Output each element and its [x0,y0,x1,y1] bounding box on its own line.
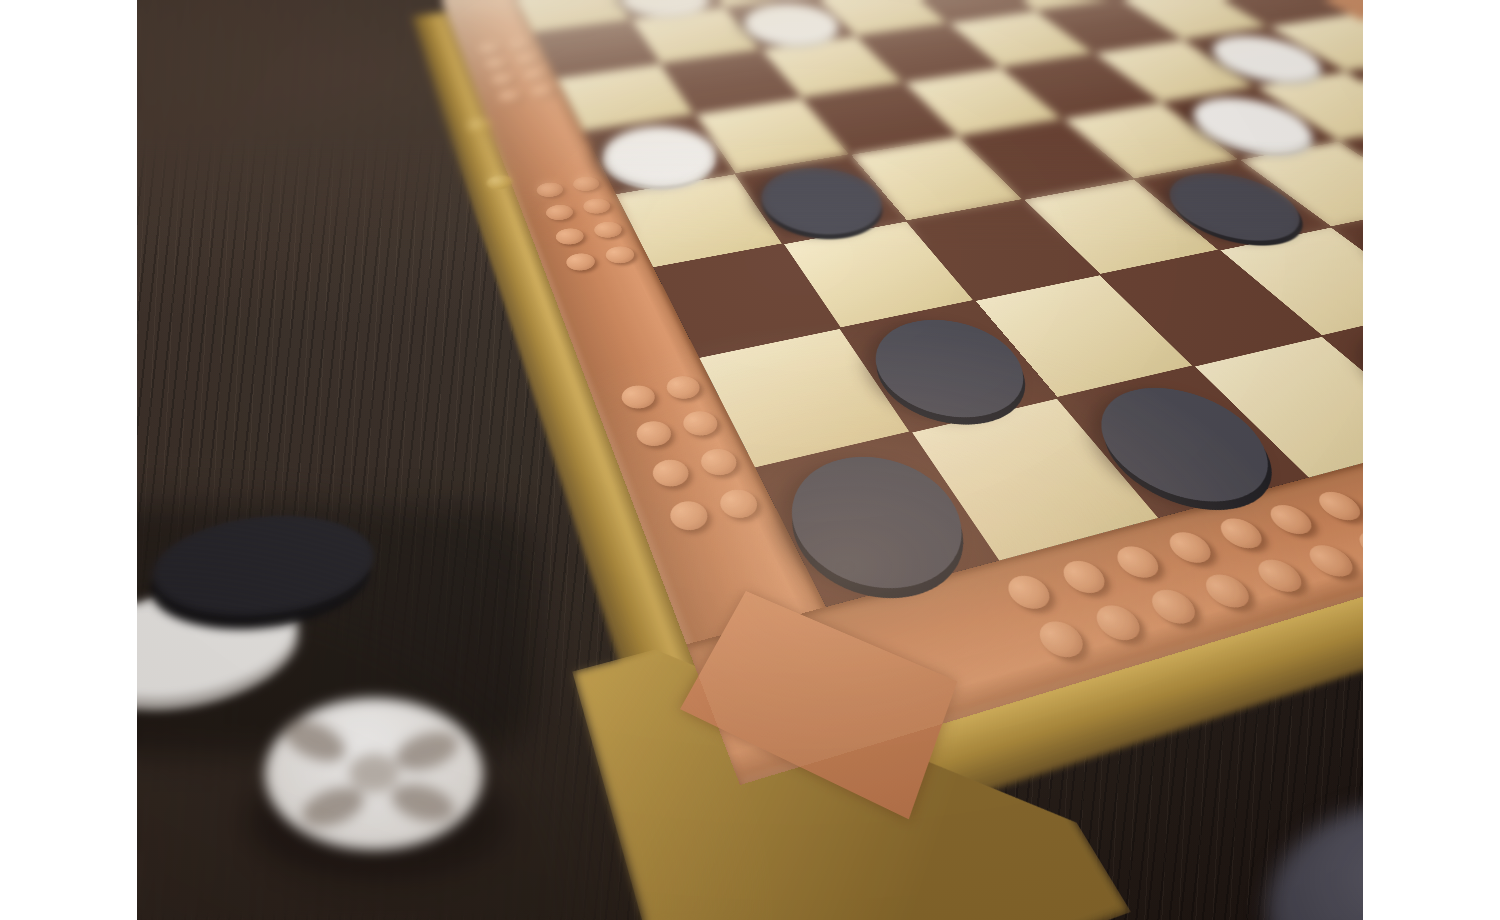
blurred-black-checker-bottom-right [1267,800,1363,920]
disc-hub [349,754,399,792]
checkers-board: ●●●●●●●●●●●●●●●●●●●●●●●●●●●● [432,0,1363,785]
loose-black-checker: ● ● [137,490,411,621]
photo-canvas: ●●●●●●●●●●●●●●●●●●●●●●●●●●●● ● ● ● ● [0,0,1500,920]
checker-glyph: ● [137,490,411,621]
photo-area: ●●●●●●●●●●●●●●●●●●●●●●●●●●●● ● ● ● ● [137,0,1363,920]
white-king-topper-disc [265,698,483,850]
